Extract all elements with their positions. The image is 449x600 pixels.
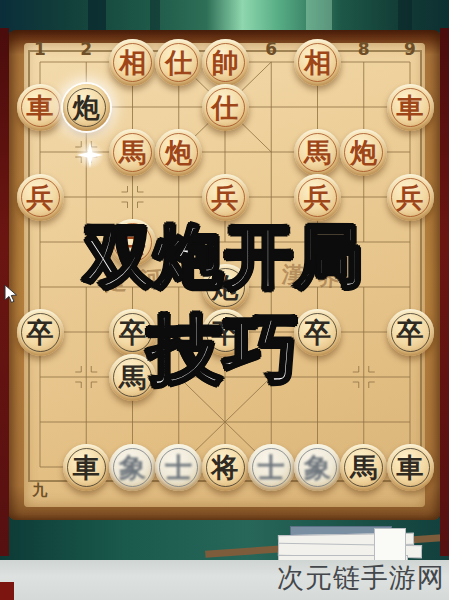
piece-glyph: 馬 [109,129,156,176]
piece-red-c3r2[interactable]: 馬 [109,129,156,176]
piece-red-c7r0[interactable]: 相 [294,39,341,86]
piece-glyph: 士 [248,444,295,491]
col-label-1: 1 [28,39,52,59]
book-stack [278,526,424,562]
title-overlay-line2: 技巧 [0,301,449,401]
piece-glyph: 相 [109,39,156,86]
watermark: 次元链手游网 [0,560,445,596]
piece-black-c4r9[interactable]: 士 [155,444,202,491]
piece-glyph: 士 [155,444,202,491]
column-label-bottom-9: 九 [28,481,52,500]
piece-red-c3r0[interactable]: 相 [109,39,156,86]
bamboo-stalk [88,0,106,32]
piece-red-c4r2[interactable]: 炮 [155,129,202,176]
piece-red-c5r1[interactable]: 仕 [202,84,249,131]
piece-glyph: 車 [387,84,434,131]
piece-black-c6r9[interactable]: 士 [248,444,295,491]
piece-glyph: 車 [63,444,110,491]
piece-glyph: 馬 [340,444,387,491]
piece-black-c9r9[interactable]: 車 [387,444,434,491]
col-label-8: 8 [352,39,376,59]
piece-glyph: 車 [17,84,64,131]
piece-red-c4r0[interactable]: 仕 [155,39,202,86]
piece-black-c7r9[interactable]: 象 [294,444,341,491]
piece-red-c5r0[interactable]: 帥 [202,39,249,86]
piece-glyph: 象 [294,444,341,491]
title-overlay-line1: 双炮开局 [0,212,449,303]
col-label-6: 6 [259,39,283,59]
piece-black-c3r9[interactable]: 象 [109,444,156,491]
piece-glyph: 車 [387,444,434,491]
bamboo-background-top [0,0,449,32]
bamboo-stalk [150,0,160,32]
piece-glyph: 象 [109,444,156,491]
piece-glyph: 馬 [294,129,341,176]
piece-black-c5r9[interactable]: 将 [202,444,249,491]
piece-red-c1r1[interactable]: 車 [17,84,64,131]
bamboo-stalk-light [306,0,332,32]
piece-red-c8r2[interactable]: 炮 [340,129,387,176]
piece-black-c2r9[interactable]: 車 [63,444,110,491]
piece-glyph: 仕 [202,84,249,131]
piece-glyph: 相 [294,39,341,86]
piece-black-c2r1[interactable]: 炮 [63,84,110,131]
screenshot-root: 楚河 漢界 123456789 九 相仕帥相車炮仕車馬炮馬炮兵兵兵兵兵炮卒卒卒卒… [0,0,449,600]
piece-glyph: 炮 [63,84,110,131]
col-label-9: 9 [398,39,422,59]
piece-red-c9r1[interactable]: 車 [387,84,434,131]
piece-glyph: 帥 [202,39,249,86]
piece-red-c7r2[interactable]: 馬 [294,129,341,176]
piece-glyph: 炮 [340,129,387,176]
col-label-2: 2 [74,39,98,59]
piece-black-c8r9[interactable]: 馬 [340,444,387,491]
piece-glyph: 炮 [155,129,202,176]
piece-glyph: 将 [202,444,249,491]
piece-glyph: 仕 [155,39,202,86]
bamboo-stalk [398,0,412,32]
